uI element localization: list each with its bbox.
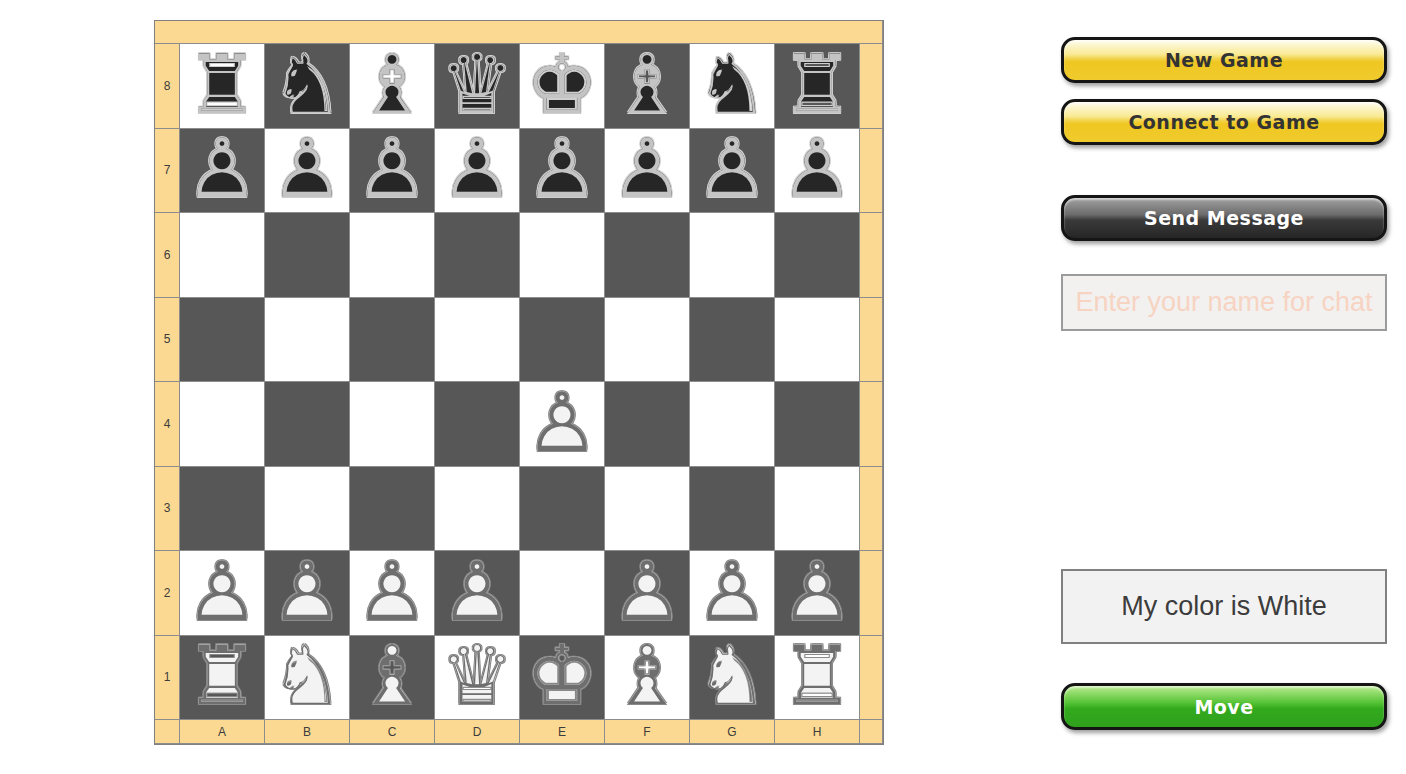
rank-label-3: 3	[155, 467, 180, 552]
piece-black-bishop: ♝♗	[605, 44, 689, 128]
board-right-frame	[860, 213, 883, 298]
square-b1[interactable]: ♞♘	[265, 636, 350, 721]
square-f1[interactable]: ♝♗	[605, 636, 690, 721]
square-c8[interactable]: ♝♗	[350, 44, 435, 129]
square-d3[interactable]	[435, 467, 520, 552]
rank-label-7: 7	[155, 129, 180, 214]
piece-black-pawn: ♟♙	[435, 129, 519, 213]
rank-label-2: 2	[155, 551, 180, 636]
piece-white-pawn: ♟♙	[435, 551, 519, 635]
square-b3[interactable]	[265, 467, 350, 552]
piece-black-king: ♚♔	[520, 44, 604, 128]
square-e5[interactable]	[520, 298, 605, 383]
piece-black-pawn: ♟♙	[350, 129, 434, 213]
piece-black-pawn: ♟♙	[690, 129, 774, 213]
square-f8[interactable]: ♝♗	[605, 44, 690, 129]
piece-black-rook: ♜♖	[775, 44, 859, 128]
piece-white-king: ♚♔	[520, 636, 604, 720]
rank-label-5: 5	[155, 298, 180, 383]
square-f4[interactable]	[605, 382, 690, 467]
rank-label-6: 6	[155, 213, 180, 298]
chess-board: 8♜♖♞♘♝♗♛♕♚♔♝♗♞♘♜♖7♟♙♟♙♟♙♟♙♟♙♟♙♟♙♟♙654♟♙3…	[154, 20, 884, 745]
board-right-frame	[860, 551, 883, 636]
square-c6[interactable]	[350, 213, 435, 298]
square-g4[interactable]	[690, 382, 775, 467]
square-e4[interactable]: ♟♙	[520, 382, 605, 467]
square-a3[interactable]	[180, 467, 265, 552]
square-f5[interactable]	[605, 298, 690, 383]
square-c7[interactable]: ♟♙	[350, 129, 435, 214]
piece-white-pawn: ♟♙	[520, 382, 604, 466]
piece-black-pawn: ♟♙	[265, 129, 349, 213]
piece-black-pawn: ♟♙	[775, 129, 859, 213]
app-window: 8♜♖♞♘♝♗♛♕♚♔♝♗♞♘♜♖7♟♙♟♙♟♙♟♙♟♙♟♙♟♙♟♙654♟♙3…	[0, 0, 1406, 774]
square-b8[interactable]: ♞♘	[265, 44, 350, 129]
rank-label-8: 8	[155, 44, 180, 129]
piece-white-bishop: ♝♗	[605, 636, 689, 720]
square-c1[interactable]: ♝♗	[350, 636, 435, 721]
piece-black-knight: ♞♘	[265, 44, 349, 128]
square-d5[interactable]	[435, 298, 520, 383]
square-h3[interactable]	[775, 467, 860, 552]
file-label-h: H	[775, 720, 860, 744]
square-b4[interactable]	[265, 382, 350, 467]
square-b7[interactable]: ♟♙	[265, 129, 350, 214]
piece-white-pawn: ♟♙	[690, 551, 774, 635]
square-b6[interactable]	[265, 213, 350, 298]
square-e6[interactable]	[520, 213, 605, 298]
square-h7[interactable]: ♟♙	[775, 129, 860, 214]
square-g8[interactable]: ♞♘	[690, 44, 775, 129]
board-corner-right	[860, 720, 883, 744]
board-top-frame	[155, 21, 883, 44]
square-h4[interactable]	[775, 382, 860, 467]
piece-white-pawn: ♟♙	[605, 551, 689, 635]
file-label-c: C	[350, 720, 435, 744]
square-c3[interactable]	[350, 467, 435, 552]
square-d1[interactable]: ♛♕	[435, 636, 520, 721]
square-e7[interactable]: ♟♙	[520, 129, 605, 214]
piece-white-knight: ♞♘	[265, 636, 349, 720]
square-e2[interactable]	[520, 551, 605, 636]
piece-white-bishop: ♝♗	[350, 636, 434, 720]
square-d6[interactable]	[435, 213, 520, 298]
square-d7[interactable]: ♟♙	[435, 129, 520, 214]
piece-white-rook: ♜♖	[775, 636, 859, 720]
board-right-frame	[860, 467, 883, 552]
square-e8[interactable]: ♚♔	[520, 44, 605, 129]
square-d8[interactable]: ♛♕	[435, 44, 520, 129]
square-h5[interactable]	[775, 298, 860, 383]
piece-black-bishop: ♝♗	[350, 44, 434, 128]
square-c5[interactable]	[350, 298, 435, 383]
piece-black-pawn: ♟♙	[180, 129, 264, 213]
rank-label-4: 4	[155, 382, 180, 467]
file-label-d: D	[435, 720, 520, 744]
board-right-frame	[860, 382, 883, 467]
piece-white-pawn: ♟♙	[265, 551, 349, 635]
square-h6[interactable]	[775, 213, 860, 298]
square-a4[interactable]	[180, 382, 265, 467]
board-right-frame	[860, 636, 883, 721]
piece-black-pawn: ♟♙	[605, 129, 689, 213]
piece-white-pawn: ♟♙	[180, 551, 264, 635]
connect-to-game-button[interactable]: Connect to Game	[1061, 99, 1387, 145]
board-right-frame	[860, 129, 883, 214]
square-b5[interactable]	[265, 298, 350, 383]
square-f6[interactable]	[605, 213, 690, 298]
square-g6[interactable]	[690, 213, 775, 298]
piece-black-rook: ♜♖	[180, 44, 264, 128]
file-label-a: A	[180, 720, 265, 744]
piece-white-knight: ♞♘	[690, 636, 774, 720]
move-button[interactable]: Move	[1061, 683, 1387, 730]
chat-name-input[interactable]	[1061, 274, 1387, 331]
square-g7[interactable]: ♟♙	[690, 129, 775, 214]
piece-black-pawn: ♟♙	[520, 129, 604, 213]
square-g1[interactable]: ♞♘	[690, 636, 775, 721]
square-c4[interactable]	[350, 382, 435, 467]
square-a1[interactable]: ♜♖	[180, 636, 265, 721]
square-a5[interactable]	[180, 298, 265, 383]
square-d4[interactable]	[435, 382, 520, 467]
send-message-button[interactable]: Send Message	[1061, 195, 1387, 241]
square-h8[interactable]: ♜♖	[775, 44, 860, 129]
square-b2[interactable]: ♟♙	[265, 551, 350, 636]
square-a6[interactable]	[180, 213, 265, 298]
new-game-button[interactable]: New Game	[1061, 37, 1387, 83]
square-a8[interactable]: ♜♖	[180, 44, 265, 129]
board-right-frame	[860, 44, 883, 129]
my-color-status: My color is White	[1061, 569, 1387, 644]
file-label-f: F	[605, 720, 690, 744]
square-a2[interactable]: ♟♙	[180, 551, 265, 636]
square-g3[interactable]	[690, 467, 775, 552]
square-g5[interactable]	[690, 298, 775, 383]
square-g2[interactable]: ♟♙	[690, 551, 775, 636]
piece-white-pawn: ♟♙	[775, 551, 859, 635]
square-h1[interactable]: ♜♖	[775, 636, 860, 721]
file-label-e: E	[520, 720, 605, 744]
square-f7[interactable]: ♟♙	[605, 129, 690, 214]
piece-black-queen: ♛♕	[435, 44, 519, 128]
square-h2[interactable]: ♟♙	[775, 551, 860, 636]
square-f2[interactable]: ♟♙	[605, 551, 690, 636]
square-e1[interactable]: ♚♔	[520, 636, 605, 721]
file-label-g: G	[690, 720, 775, 744]
square-e3[interactable]	[520, 467, 605, 552]
square-f3[interactable]	[605, 467, 690, 552]
piece-black-knight: ♞♘	[690, 44, 774, 128]
square-d2[interactable]: ♟♙	[435, 551, 520, 636]
piece-white-pawn: ♟♙	[350, 551, 434, 635]
piece-white-rook: ♜♖	[180, 636, 264, 720]
square-c2[interactable]: ♟♙	[350, 551, 435, 636]
board-right-frame	[860, 298, 883, 383]
rank-label-1: 1	[155, 636, 180, 721]
piece-white-queen: ♛♕	[435, 636, 519, 720]
file-label-b: B	[265, 720, 350, 744]
board-corner-left	[155, 720, 180, 744]
square-a7[interactable]: ♟♙	[180, 129, 265, 214]
